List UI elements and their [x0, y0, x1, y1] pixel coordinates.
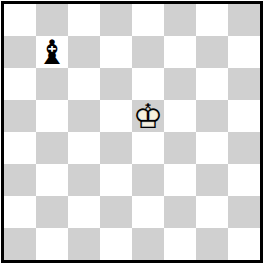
- white-king-icon: ♔: [132, 100, 164, 132]
- square-g5[interactable]: [196, 100, 228, 132]
- page: ♝♚♔: [0, 0, 264, 264]
- square-d1[interactable]: [100, 228, 132, 260]
- square-h2[interactable]: [228, 196, 260, 228]
- square-g1[interactable]: [196, 228, 228, 260]
- square-d3[interactable]: [100, 164, 132, 196]
- square-d8[interactable]: [100, 4, 132, 36]
- square-a8[interactable]: [4, 4, 36, 36]
- square-c6[interactable]: [68, 68, 100, 100]
- square-e3[interactable]: [132, 164, 164, 196]
- square-h1[interactable]: [228, 228, 260, 260]
- square-h5[interactable]: [228, 100, 260, 132]
- square-c1[interactable]: [68, 228, 100, 260]
- square-a2[interactable]: [4, 196, 36, 228]
- square-h7[interactable]: [228, 36, 260, 68]
- square-b2[interactable]: [36, 196, 68, 228]
- square-c2[interactable]: [68, 196, 100, 228]
- square-e1[interactable]: [132, 228, 164, 260]
- square-b4[interactable]: [36, 132, 68, 164]
- square-c8[interactable]: [68, 4, 100, 36]
- square-e7[interactable]: [132, 36, 164, 68]
- square-e8[interactable]: [132, 4, 164, 36]
- square-d6[interactable]: [100, 68, 132, 100]
- square-c5[interactable]: [68, 100, 100, 132]
- square-c7[interactable]: [68, 36, 100, 68]
- square-f6[interactable]: [164, 68, 196, 100]
- square-f4[interactable]: [164, 132, 196, 164]
- square-b5[interactable]: [36, 100, 68, 132]
- black-bishop-icon: ♝: [36, 36, 68, 68]
- square-b6[interactable]: [36, 68, 68, 100]
- black-bishop[interactable]: ♝: [36, 36, 68, 68]
- chess-board: ♝♚♔: [4, 4, 260, 260]
- square-h3[interactable]: [228, 164, 260, 196]
- square-a3[interactable]: [4, 164, 36, 196]
- square-b1[interactable]: [36, 228, 68, 260]
- square-g6[interactable]: [196, 68, 228, 100]
- white-king[interactable]: ♚♔: [132, 100, 164, 132]
- square-f1[interactable]: [164, 228, 196, 260]
- square-f8[interactable]: [164, 4, 196, 36]
- chess-board-frame: ♝♚♔: [1, 1, 263, 263]
- square-h6[interactable]: [228, 68, 260, 100]
- square-b3[interactable]: [36, 164, 68, 196]
- square-d7[interactable]: [100, 36, 132, 68]
- square-e4[interactable]: [132, 132, 164, 164]
- square-a6[interactable]: [4, 68, 36, 100]
- square-a1[interactable]: [4, 228, 36, 260]
- square-f5[interactable]: [164, 100, 196, 132]
- square-g3[interactable]: [196, 164, 228, 196]
- square-e2[interactable]: [132, 196, 164, 228]
- square-g8[interactable]: [196, 4, 228, 36]
- square-e5[interactable]: ♚♔: [132, 100, 164, 132]
- square-f3[interactable]: [164, 164, 196, 196]
- square-d5[interactable]: [100, 100, 132, 132]
- square-a7[interactable]: [4, 36, 36, 68]
- square-d2[interactable]: [100, 196, 132, 228]
- square-b7[interactable]: ♝: [36, 36, 68, 68]
- square-d4[interactable]: [100, 132, 132, 164]
- square-f2[interactable]: [164, 196, 196, 228]
- square-c3[interactable]: [68, 164, 100, 196]
- square-g4[interactable]: [196, 132, 228, 164]
- square-a5[interactable]: [4, 100, 36, 132]
- square-h8[interactable]: [228, 4, 260, 36]
- square-g7[interactable]: [196, 36, 228, 68]
- square-c4[interactable]: [68, 132, 100, 164]
- square-h4[interactable]: [228, 132, 260, 164]
- square-g2[interactable]: [196, 196, 228, 228]
- square-a4[interactable]: [4, 132, 36, 164]
- square-f7[interactable]: [164, 36, 196, 68]
